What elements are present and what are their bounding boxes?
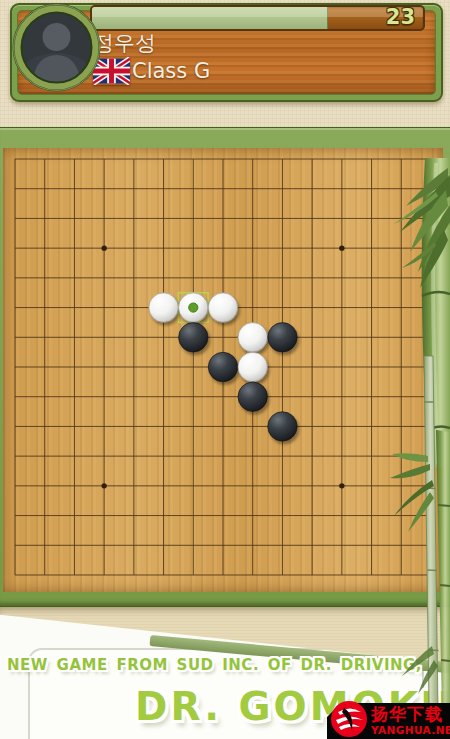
stone-black (179, 323, 208, 352)
stone-white (149, 293, 178, 322)
player-avatar[interactable] (12, 3, 101, 92)
player-name: 정우성 (93, 29, 156, 57)
watermark-cn-text: 扬华下载 (371, 706, 450, 723)
stone-black (208, 352, 237, 381)
stone-black (238, 382, 267, 411)
star-point (101, 245, 106, 250)
promo-tagline: NEW GAME FROM SUD INC. OF DR. DRIVING, (7, 656, 422, 674)
last-move-marker (189, 303, 198, 312)
progress-gloss (92, 7, 423, 17)
star-point (101, 483, 106, 488)
stone-white (238, 352, 267, 381)
star-point (339, 245, 344, 250)
stone-black (268, 323, 297, 352)
stone-black (268, 412, 297, 441)
watermark-en-text: YANGHUA.NET (371, 725, 450, 736)
experience-progress-bar: 23 (90, 5, 425, 31)
game-board[interactable] (0, 127, 450, 605)
progress-value: 23 (386, 5, 415, 29)
star-point (339, 483, 344, 488)
stone-white (238, 323, 267, 352)
stone-white (208, 293, 237, 322)
watermark-logo-icon (330, 700, 368, 738)
player-rank-label: Class G (132, 59, 210, 83)
